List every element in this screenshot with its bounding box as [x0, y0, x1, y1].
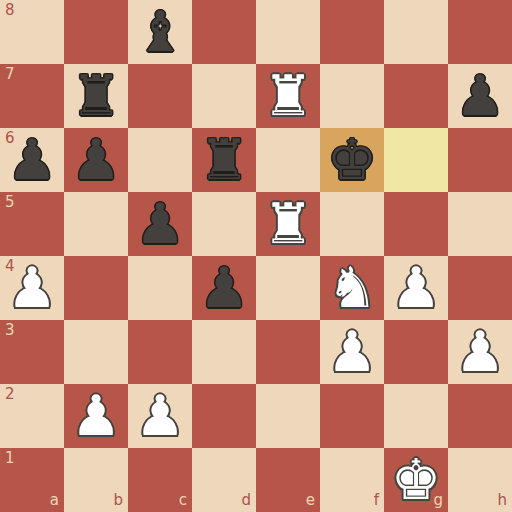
rank-label-3: 3: [5, 323, 15, 338]
file-label-a: a: [50, 493, 59, 508]
file-label-b: b: [113, 493, 123, 508]
piece-white-pawn[interactable]: ♟: [320, 320, 384, 384]
piece-black-pawn[interactable]: ♟: [448, 64, 512, 128]
square-c4[interactable]: [128, 256, 192, 320]
file-label-e: e: [306, 493, 315, 508]
square-b5[interactable]: [64, 192, 128, 256]
piece-white-pawn[interactable]: ♟: [128, 384, 192, 448]
square-g6[interactable]: [384, 128, 448, 192]
square-e6[interactable]: [256, 128, 320, 192]
square-b8[interactable]: [64, 0, 128, 64]
square-g3[interactable]: [384, 320, 448, 384]
square-g8[interactable]: [384, 0, 448, 64]
piece-black-pawn[interactable]: ♟: [0, 128, 64, 192]
piece-black-bishop[interactable]: ♝: [128, 0, 192, 64]
square-g7[interactable]: [384, 64, 448, 128]
square-e2[interactable]: [256, 384, 320, 448]
file-label-d: d: [241, 493, 251, 508]
square-f8[interactable]: [320, 0, 384, 64]
square-b6[interactable]: ♟: [64, 128, 128, 192]
square-d4[interactable]: ♟: [192, 256, 256, 320]
piece-white-rook[interactable]: ♜: [256, 192, 320, 256]
rank-label-2: 2: [5, 387, 15, 402]
square-h4[interactable]: [448, 256, 512, 320]
piece-white-pawn[interactable]: ♟: [64, 384, 128, 448]
square-f6[interactable]: ♚: [320, 128, 384, 192]
square-g5[interactable]: [384, 192, 448, 256]
square-h8[interactable]: [448, 0, 512, 64]
square-e4[interactable]: [256, 256, 320, 320]
piece-black-pawn[interactable]: ♟: [128, 192, 192, 256]
square-h1[interactable]: h: [448, 448, 512, 512]
piece-white-pawn[interactable]: ♟: [384, 256, 448, 320]
square-c1[interactable]: c: [128, 448, 192, 512]
square-a7[interactable]: 7: [0, 64, 64, 128]
piece-white-pawn[interactable]: ♟: [448, 320, 512, 384]
square-d2[interactable]: [192, 384, 256, 448]
square-b1[interactable]: b: [64, 448, 128, 512]
square-d1[interactable]: d: [192, 448, 256, 512]
square-g2[interactable]: [384, 384, 448, 448]
square-a1[interactable]: 1a: [0, 448, 64, 512]
square-d5[interactable]: [192, 192, 256, 256]
piece-black-rook[interactable]: ♜: [192, 128, 256, 192]
square-h7[interactable]: ♟: [448, 64, 512, 128]
square-b7[interactable]: ♜: [64, 64, 128, 128]
square-f2[interactable]: [320, 384, 384, 448]
rank-label-5: 5: [5, 195, 15, 210]
square-a2[interactable]: 2: [0, 384, 64, 448]
file-label-f: f: [374, 493, 379, 508]
square-a6[interactable]: 6♟: [0, 128, 64, 192]
square-f4[interactable]: ♞: [320, 256, 384, 320]
piece-white-king[interactable]: ♚: [384, 448, 448, 512]
chess-board: 8♝7♜♜♟6♟♟♜♚5♟♜4♟♟♞♟3♟♟2♟♟1abcdefg♚h: [0, 0, 512, 512]
square-d6[interactable]: ♜: [192, 128, 256, 192]
square-e7[interactable]: ♜: [256, 64, 320, 128]
square-d3[interactable]: [192, 320, 256, 384]
square-e3[interactable]: [256, 320, 320, 384]
piece-black-rook[interactable]: ♜: [64, 64, 128, 128]
square-b4[interactable]: [64, 256, 128, 320]
square-a3[interactable]: 3: [0, 320, 64, 384]
piece-black-king[interactable]: ♚: [320, 128, 384, 192]
square-f7[interactable]: [320, 64, 384, 128]
square-d7[interactable]: [192, 64, 256, 128]
rank-label-8: 8: [5, 3, 15, 18]
piece-black-pawn[interactable]: ♟: [192, 256, 256, 320]
piece-white-knight[interactable]: ♞: [320, 256, 384, 320]
square-f5[interactable]: [320, 192, 384, 256]
square-e8[interactable]: [256, 0, 320, 64]
square-h3[interactable]: ♟: [448, 320, 512, 384]
square-c3[interactable]: [128, 320, 192, 384]
square-b3[interactable]: [64, 320, 128, 384]
rank-label-1: 1: [5, 451, 15, 466]
square-h6[interactable]: [448, 128, 512, 192]
square-c2[interactable]: ♟: [128, 384, 192, 448]
square-a4[interactable]: 4♟: [0, 256, 64, 320]
square-g1[interactable]: g♚: [384, 448, 448, 512]
square-c6[interactable]: [128, 128, 192, 192]
square-f1[interactable]: f: [320, 448, 384, 512]
piece-white-pawn[interactable]: ♟: [0, 256, 64, 320]
square-h2[interactable]: [448, 384, 512, 448]
file-label-c: c: [179, 493, 187, 508]
square-h5[interactable]: [448, 192, 512, 256]
square-c5[interactable]: ♟: [128, 192, 192, 256]
square-c7[interactable]: [128, 64, 192, 128]
piece-black-pawn[interactable]: ♟: [64, 128, 128, 192]
file-label-h: h: [497, 493, 507, 508]
square-g4[interactable]: ♟: [384, 256, 448, 320]
piece-white-rook[interactable]: ♜: [256, 64, 320, 128]
square-a8[interactable]: 8: [0, 0, 64, 64]
square-e1[interactable]: e: [256, 448, 320, 512]
square-d8[interactable]: [192, 0, 256, 64]
square-b2[interactable]: ♟: [64, 384, 128, 448]
square-c8[interactable]: ♝: [128, 0, 192, 64]
square-e5[interactable]: ♜: [256, 192, 320, 256]
square-a5[interactable]: 5: [0, 192, 64, 256]
rank-label-7: 7: [5, 67, 15, 82]
square-f3[interactable]: ♟: [320, 320, 384, 384]
